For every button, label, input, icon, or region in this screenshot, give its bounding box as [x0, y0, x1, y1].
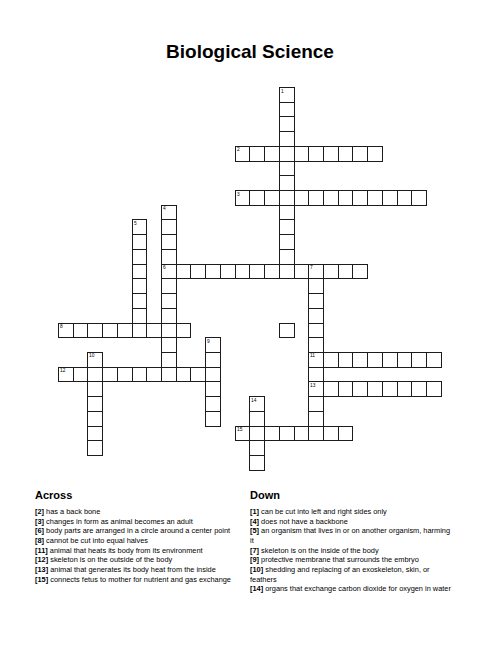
clue-number: [10]: [250, 565, 263, 574]
grid-cell[interactable]: 2: [235, 146, 251, 162]
grid-cell[interactable]: [397, 381, 413, 397]
cell-number: 15: [237, 427, 242, 432]
grid-cell[interactable]: [161, 293, 177, 309]
grid-cell[interactable]: 6: [161, 264, 177, 280]
cell-number: 8: [60, 324, 63, 329]
grid-cell[interactable]: [161, 234, 177, 250]
grid-cell[interactable]: 1: [279, 87, 295, 103]
grid-cell[interactable]: [367, 190, 383, 206]
grid-cell[interactable]: [323, 352, 339, 368]
grid-cell[interactable]: [73, 323, 89, 339]
grid-cell[interactable]: [352, 264, 368, 280]
grid-cell[interactable]: [294, 264, 310, 280]
grid-cell[interactable]: [190, 264, 206, 280]
across-clue-list: [2] has a back bone[3] changes in form a…: [35, 507, 249, 584]
grid-cell[interactable]: [132, 278, 148, 294]
down-clue-4: [4] does not have a backbone: [250, 517, 466, 527]
grid-cell[interactable]: [279, 190, 295, 206]
grid-cell[interactable]: [87, 411, 103, 427]
grid-cell[interactable]: [87, 396, 103, 412]
grid-cell[interactable]: [117, 323, 133, 339]
grid-cell[interactable]: [279, 116, 295, 132]
cell-number: 9: [207, 339, 210, 344]
cell-number: 6: [163, 265, 166, 270]
grid-cell[interactable]: [308, 426, 324, 442]
grid-cell[interactable]: [279, 323, 295, 339]
grid-cell[interactable]: [279, 249, 295, 265]
cell-number: 2: [237, 147, 240, 152]
clue-number: [11]: [35, 546, 48, 555]
grid-cell[interactable]: [73, 367, 89, 383]
grid-cell[interactable]: [323, 190, 339, 206]
grid-cell[interactable]: [397, 352, 413, 368]
grid-cell[interactable]: 9: [205, 337, 221, 353]
grid-cell[interactable]: [249, 455, 265, 471]
grid-cell[interactable]: [279, 234, 295, 250]
grid-cell[interactable]: [220, 264, 236, 280]
grid-cell[interactable]: [161, 278, 177, 294]
cell-number: 11: [310, 353, 315, 358]
grid-cell[interactable]: [338, 381, 354, 397]
grid-cell[interactable]: [205, 396, 221, 412]
grid-cell[interactable]: [338, 146, 354, 162]
grid-cell[interactable]: [308, 293, 324, 309]
clue-number: [1]: [250, 507, 259, 516]
cell-number: 12: [60, 368, 65, 373]
grid-cell[interactable]: [176, 367, 192, 383]
grid-cell[interactable]: [323, 381, 339, 397]
grid-cell[interactable]: [308, 146, 324, 162]
crossword-grid: 123456789101112131415: [58, 87, 442, 471]
grid-cell[interactable]: [132, 293, 148, 309]
grid-cell[interactable]: [279, 175, 295, 191]
clue-number: [6]: [35, 526, 44, 535]
grid-cell[interactable]: [132, 264, 148, 280]
grid-cell[interactable]: [87, 367, 103, 383]
clue-number: [7]: [250, 546, 259, 555]
grid-cell[interactable]: [161, 323, 177, 339]
grid-cell[interactable]: [382, 190, 398, 206]
grid-cell[interactable]: [397, 190, 413, 206]
page-title: Biological Science: [0, 41, 500, 63]
grid-cell[interactable]: [338, 426, 354, 442]
grid-cell[interactable]: [161, 219, 177, 235]
grid-cell[interactable]: [264, 264, 280, 280]
grid-cell[interactable]: [294, 146, 310, 162]
grid-cell[interactable]: 14: [249, 396, 265, 412]
grid-cell[interactable]: 8: [58, 323, 74, 339]
grid-cell[interactable]: [279, 219, 295, 235]
grid-cell[interactable]: [87, 323, 103, 339]
grid-cell[interactable]: [338, 190, 354, 206]
down-clue-7: [7] skeleton is on the inside of the bod…: [250, 546, 466, 556]
clue-number: [5]: [250, 526, 259, 535]
grid-cell[interactable]: [264, 190, 280, 206]
cell-number: 10: [89, 353, 94, 358]
across-clue-6: [6] body parts are arranged in a circle …: [35, 526, 249, 536]
clue-number: [4]: [250, 517, 259, 526]
cell-number: 13: [310, 383, 315, 388]
grid-cell[interactable]: [190, 367, 206, 383]
grid-cell[interactable]: [132, 249, 148, 265]
grid-cell[interactable]: [352, 381, 368, 397]
across-clue-12: [12] skeleton is on the outside of the b…: [35, 555, 249, 565]
grid-cell[interactable]: [161, 367, 177, 383]
crossword-page: Biological Science 123456789101112131415…: [0, 0, 500, 647]
grid-cell[interactable]: [411, 190, 427, 206]
grid-cell[interactable]: [146, 323, 162, 339]
grid-cell[interactable]: [279, 161, 295, 177]
grid-cell[interactable]: [338, 264, 354, 280]
across-clue-2: [2] has a back bone: [35, 507, 249, 517]
grid-cell[interactable]: 12: [58, 367, 74, 383]
grid-cell[interactable]: [87, 426, 103, 442]
grid-cell[interactable]: [249, 190, 265, 206]
grid-cell[interactable]: 15: [235, 426, 251, 442]
grid-cell[interactable]: [132, 323, 148, 339]
grid-cell[interactable]: [264, 426, 280, 442]
grid-cell[interactable]: [249, 411, 265, 427]
clue-number: [2]: [35, 507, 44, 516]
grid-cell[interactable]: [411, 381, 427, 397]
grid-cell[interactable]: [279, 205, 295, 221]
grid-cell[interactable]: 4: [161, 205, 177, 221]
across-header: Across: [35, 489, 249, 501]
down-header: Down: [250, 489, 466, 501]
grid-cell[interactable]: [176, 264, 192, 280]
grid-cell[interactable]: [323, 146, 339, 162]
across-clue-8: [8] cannot be cut into equal halves: [35, 536, 249, 546]
clue-number: [3]: [35, 517, 44, 526]
grid-cell[interactable]: [279, 426, 295, 442]
grid-cell[interactable]: 3: [235, 190, 251, 206]
grid-cell[interactable]: [426, 381, 442, 397]
grid-cell[interactable]: [249, 440, 265, 456]
cell-number: 7: [310, 265, 313, 270]
grid-cell[interactable]: [279, 131, 295, 147]
grid-cell[interactable]: [308, 323, 324, 339]
grid-cell[interactable]: [132, 234, 148, 250]
cell-number: 14: [251, 398, 256, 403]
grid-cell[interactable]: 7: [308, 264, 324, 280]
grid-cell[interactable]: [338, 352, 354, 368]
grid-cell[interactable]: [161, 352, 177, 368]
grid-cell[interactable]: [205, 381, 221, 397]
grid-cell[interactable]: [117, 367, 133, 383]
grid-cell[interactable]: [294, 426, 310, 442]
grid-cell[interactable]: [205, 367, 221, 383]
grid-cell[interactable]: [132, 367, 148, 383]
grid-cell[interactable]: [279, 102, 295, 118]
grid-cell[interactable]: [352, 190, 368, 206]
grid-cell[interactable]: [205, 352, 221, 368]
across-clue-11: [11] animal that heats its body from its…: [35, 546, 249, 556]
down-clue-9: [9] protective membrane that surrounds t…: [250, 555, 466, 565]
grid-cell[interactable]: [87, 381, 103, 397]
grid-cell[interactable]: [367, 146, 383, 162]
grid-cell[interactable]: [426, 352, 442, 368]
clue-number: [12]: [35, 555, 48, 564]
down-clue-5-cont: it: [250, 536, 466, 546]
grid-cell[interactable]: [249, 264, 265, 280]
grid-cell[interactable]: [308, 367, 324, 383]
grid-cell[interactable]: [146, 367, 162, 383]
grid-cell[interactable]: 5: [132, 219, 148, 235]
down-clue-1: [1] can be cut into left and right sides…: [250, 507, 466, 517]
grid-cell[interactable]: [279, 146, 295, 162]
grid-cell[interactable]: [382, 381, 398, 397]
clue-number: [14]: [250, 584, 263, 593]
grid-cell[interactable]: [176, 323, 192, 339]
down-clue-10: [10] shedding and replacing of an exoske…: [250, 565, 466, 575]
cell-number: 5: [134, 221, 137, 226]
grid-cell[interactable]: [367, 381, 383, 397]
cell-number: 3: [237, 192, 240, 197]
grid-cell[interactable]: [382, 352, 398, 368]
down-clue-5: [5] an organism that lives in or on anot…: [250, 526, 466, 536]
down-clue-14: [14] organs that exchange carbon dioxide…: [250, 584, 466, 594]
clue-number: [13]: [35, 565, 48, 574]
down-section: Down [1] can be cut into left and right …: [250, 489, 466, 594]
grid-cell[interactable]: [308, 396, 324, 412]
cell-number: 1: [281, 89, 284, 94]
down-clue-list: [1] can be cut into left and right sides…: [250, 507, 466, 594]
grid-cell[interactable]: [279, 264, 295, 280]
across-section: Across [2] has a back bone[3] changes in…: [35, 489, 249, 584]
grid-cell[interactable]: [308, 411, 324, 427]
grid-cell[interactable]: [161, 308, 177, 324]
grid-cell[interactable]: [102, 323, 118, 339]
grid-cell[interactable]: [308, 308, 324, 324]
grid-cell[interactable]: [323, 426, 339, 442]
grid-cell[interactable]: [205, 264, 221, 280]
grid-cell[interactable]: 10: [87, 352, 103, 368]
grid-cell[interactable]: [161, 337, 177, 353]
grid-cell[interactable]: [352, 352, 368, 368]
grid-cell[interactable]: [367, 352, 383, 368]
grid-cell[interactable]: [249, 146, 265, 162]
grid-cell[interactable]: [308, 337, 324, 353]
grid-cell[interactable]: 11: [308, 352, 324, 368]
grid-cell[interactable]: [411, 352, 427, 368]
grid-cell[interactable]: [235, 264, 251, 280]
across-clue-3: [3] changes in form as animal becomes an…: [35, 517, 249, 527]
across-clue-15: [15] connects fetus to mother for nutrie…: [35, 575, 249, 585]
grid-cell[interactable]: [249, 426, 265, 442]
grid-cell[interactable]: [132, 308, 148, 324]
down-clue-10-cont: feathers: [250, 575, 466, 585]
across-clue-13: [13] animal that generates its body heat…: [35, 565, 249, 575]
grid-cell[interactable]: [294, 190, 310, 206]
clue-number: [9]: [250, 555, 259, 564]
clue-number: [15]: [35, 575, 48, 584]
grid-cell[interactable]: [308, 190, 324, 206]
grid-cell[interactable]: [87, 440, 103, 456]
grid-cell[interactable]: [205, 411, 221, 427]
cell-number: 4: [163, 206, 166, 211]
grid-cell[interactable]: [308, 278, 324, 294]
clue-number: [8]: [35, 536, 44, 545]
grid-cell[interactable]: [161, 249, 177, 265]
grid-cell[interactable]: [102, 367, 118, 383]
grid-cell[interactable]: [323, 264, 339, 280]
grid-cell[interactable]: [352, 146, 368, 162]
grid-cell[interactable]: [264, 146, 280, 162]
grid-cell[interactable]: 13: [308, 381, 324, 397]
